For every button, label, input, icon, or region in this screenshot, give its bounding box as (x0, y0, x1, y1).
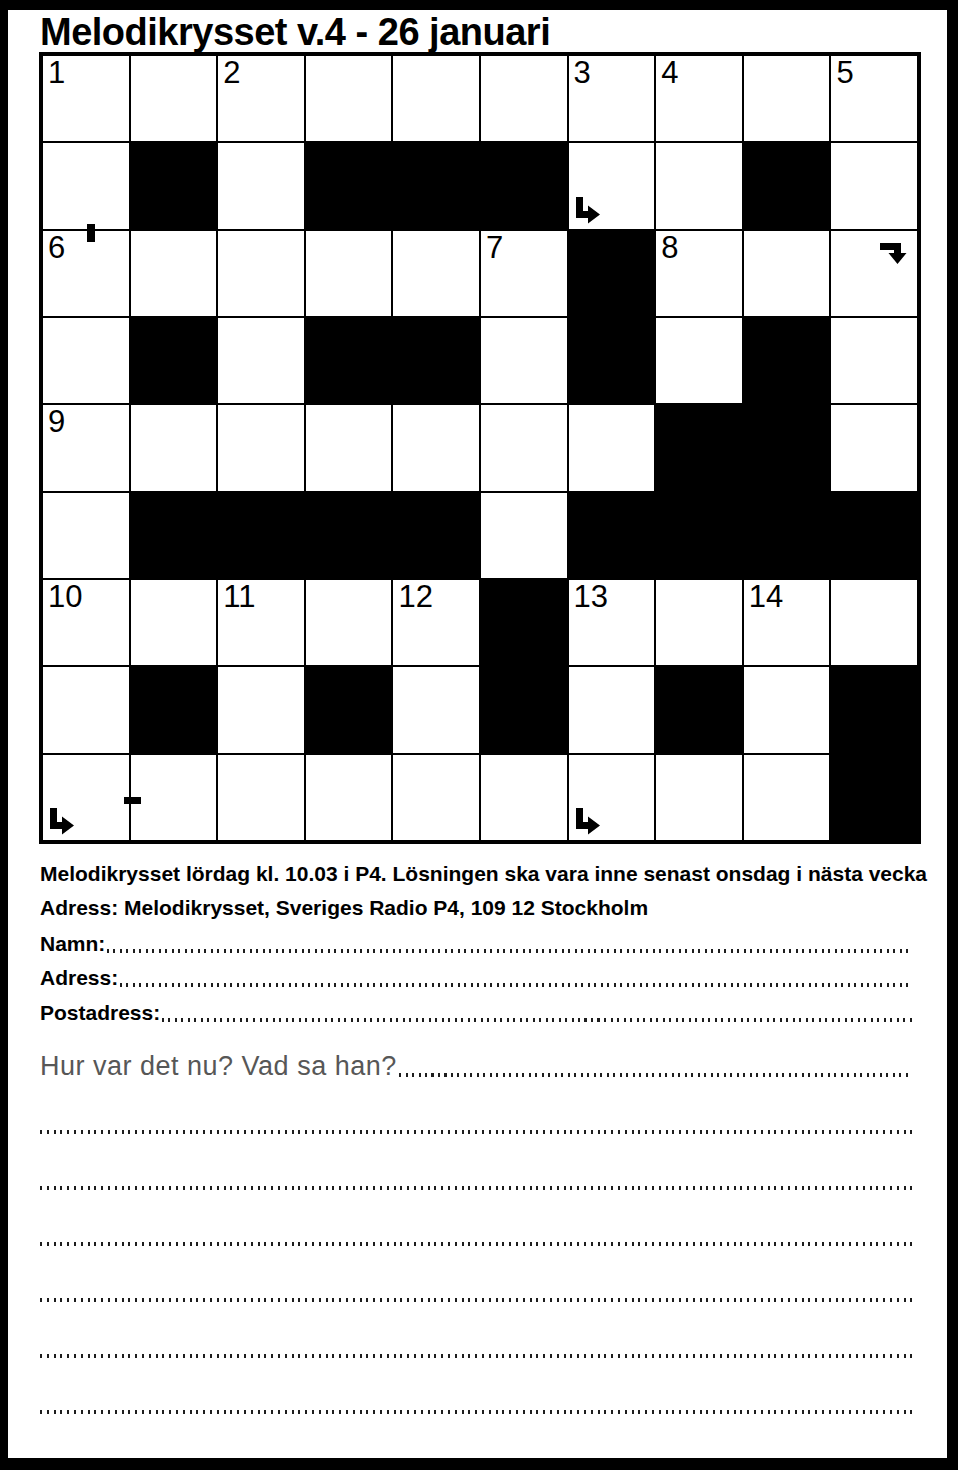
cell-r1c10[interactable]: 5 (830, 55, 918, 142)
melodikrysset-form-page: { "game": "crossword (Melodikrysset - Sw… (0, 0, 960, 1472)
down-right-arrow-icon (574, 808, 600, 836)
cell-r6c1[interactable] (42, 492, 130, 579)
cell-r6c7-block (568, 492, 656, 579)
cell-r8c10-block (830, 666, 918, 753)
cell-r8c5[interactable] (392, 666, 480, 753)
cell-r6c4-block (305, 492, 393, 579)
cell-r7c3[interactable]: 11 (217, 579, 305, 666)
cell-r3c3[interactable] (217, 230, 305, 317)
answer-dotted-line-2[interactable] (40, 1186, 912, 1190)
cell-r5c8-block (655, 404, 743, 491)
cell-r5c10[interactable] (830, 404, 918, 491)
clue-number-4: 4 (661, 57, 678, 90)
cell-r5c1[interactable]: 9 (42, 404, 130, 491)
cell-r6c5-block (392, 492, 480, 579)
cell-r8c7[interactable] (568, 666, 656, 753)
answer-dotted-line-4[interactable] (40, 1298, 912, 1302)
horizontal-continuation-tick (124, 797, 141, 804)
cell-r4c5-block (392, 317, 480, 404)
cell-r9c6[interactable] (480, 754, 568, 841)
cell-r9c8[interactable] (655, 754, 743, 841)
cell-r8c6-block (480, 666, 568, 753)
cell-r9c10-block (830, 754, 918, 841)
cell-r5c6[interactable] (480, 404, 568, 491)
clue-number-7: 7 (486, 232, 503, 265)
cell-r2c6-block (480, 142, 568, 229)
clue-number-9: 9 (48, 406, 65, 439)
cell-r9c4[interactable] (305, 754, 393, 841)
clue-number-8: 8 (661, 232, 678, 265)
down-right-arrow-icon (48, 808, 74, 836)
cell-r2c9-block (743, 142, 831, 229)
clue-number-3: 3 (574, 57, 591, 90)
name-input-line[interactable] (107, 949, 912, 953)
clue-number-6: 6 (48, 232, 65, 265)
cell-r8c1[interactable] (42, 666, 130, 753)
postal-address-input-line[interactable] (162, 1018, 912, 1022)
cell-r6c9-block (743, 492, 831, 579)
cell-r1c5[interactable] (392, 55, 480, 142)
clue-number-11: 11 (223, 581, 255, 614)
cell-r6c2-block (130, 492, 218, 579)
postal-address-field-label: Postadress: (40, 1001, 160, 1025)
cell-r8c8-block (655, 666, 743, 753)
cell-r7c9[interactable]: 14 (743, 579, 831, 666)
clue-number-1: 1 (48, 57, 65, 90)
cell-r6c3-block (217, 492, 305, 579)
cell-r6c6[interactable] (480, 492, 568, 579)
vertical-continuation-tick (87, 224, 95, 242)
cell-r4c3[interactable] (217, 317, 305, 404)
cell-r2c10[interactable] (830, 142, 918, 229)
clue-number-10: 10 (48, 581, 82, 614)
cell-r4c6[interactable] (480, 317, 568, 404)
cell-r1c1[interactable]: 1 (42, 55, 130, 142)
cell-r9c9[interactable] (743, 754, 831, 841)
cell-r2c1[interactable] (42, 142, 130, 229)
cell-r9c2[interactable] (130, 754, 218, 841)
cell-r1c6[interactable] (480, 55, 568, 142)
answer-dotted-line-1[interactable] (40, 1130, 912, 1134)
cell-r5c4[interactable] (305, 404, 393, 491)
name-field-label: Namn: (40, 932, 105, 956)
cell-r7c6-block (480, 579, 568, 666)
cell-r9c3[interactable] (217, 754, 305, 841)
cell-r4c10[interactable] (830, 317, 918, 404)
cell-r8c4-block (305, 666, 393, 753)
address-field-row: Adress: (40, 966, 912, 990)
cell-r7c4[interactable] (305, 579, 393, 666)
cell-r1c3[interactable]: 2 (217, 55, 305, 142)
cell-r1c8[interactable]: 4 (655, 55, 743, 142)
cell-r8c9[interactable] (743, 666, 831, 753)
cell-r3c7-block (568, 230, 656, 317)
cell-r4c4-block (305, 317, 393, 404)
cell-r2c2-block (130, 142, 218, 229)
cell-r6c8-block (655, 492, 743, 579)
cell-r4c2-block (130, 317, 218, 404)
clue-number-12: 12 (398, 581, 432, 614)
cell-r1c4[interactable] (305, 55, 393, 142)
cell-r2c5-block (392, 142, 480, 229)
cell-r3c8[interactable]: 8 (655, 230, 743, 317)
clue-number-5: 5 (836, 57, 853, 90)
cell-r8c3[interactable] (217, 666, 305, 753)
cell-r7c1[interactable]: 10 (42, 579, 130, 666)
cell-r5c7[interactable] (568, 404, 656, 491)
page-title: Melodikrysset v.4 - 26 januari (40, 11, 550, 54)
cell-r5c9-block (743, 404, 831, 491)
cell-r5c5[interactable] (392, 404, 480, 491)
answer-start-line[interactable] (399, 1073, 912, 1077)
cell-r4c7-block (568, 317, 656, 404)
broadcast-info-line: Melodikrysset lördag kl. 10.03 i P4. Lös… (40, 862, 927, 886)
cell-r3c4[interactable] (305, 230, 393, 317)
cell-r7c10[interactable] (830, 579, 918, 666)
down-right-arrow-icon (574, 197, 600, 225)
cell-r5c3[interactable] (217, 404, 305, 491)
question-text: Hur var det nu? Vad sa han? (40, 1051, 397, 1082)
address-field-label: Adress: (40, 966, 118, 990)
cell-r5c2[interactable] (130, 404, 218, 491)
cell-r1c9[interactable] (743, 55, 831, 142)
cell-r2c4-block (305, 142, 393, 229)
cell-r2c8[interactable] (655, 142, 743, 229)
cell-r2c3[interactable] (217, 142, 305, 229)
cell-r3c1[interactable]: 6 (42, 230, 130, 317)
answer-dotted-line-3[interactable] (40, 1242, 912, 1246)
cell-r3c5[interactable] (392, 230, 480, 317)
question-row: Hur var det nu? Vad sa han? (40, 1051, 912, 1082)
cell-r3c2[interactable] (130, 230, 218, 317)
cell-r7c7[interactable]: 13 (568, 579, 656, 666)
clue-number-13: 13 (574, 581, 608, 614)
cell-r6c10-block (830, 492, 918, 579)
cell-r4c9-block (743, 317, 831, 404)
cell-r3c9[interactable] (743, 230, 831, 317)
cell-r7c5[interactable]: 12 (392, 579, 480, 666)
clue-number-14: 14 (749, 581, 783, 614)
cell-r3c6[interactable]: 7 (480, 230, 568, 317)
cell-r8c2-block (130, 666, 218, 753)
cell-r7c2[interactable] (130, 579, 218, 666)
answer-dotted-line-5[interactable] (40, 1354, 912, 1358)
cell-r1c7[interactable]: 3 (568, 55, 656, 142)
cell-r9c5[interactable] (392, 754, 480, 841)
right-down-arrow-icon (880, 241, 910, 264)
clue-number-2: 2 (223, 57, 240, 90)
crossword-grid[interactable]: 1234567891011121314 (39, 52, 921, 844)
address-input-line[interactable] (120, 983, 912, 987)
cell-r4c1[interactable] (42, 317, 130, 404)
cell-r4c8[interactable] (655, 317, 743, 404)
mailing-address-line: Adress: Melodikrysset, Sveriges Radio P4… (40, 896, 648, 920)
answer-dotted-line-6[interactable] (40, 1410, 912, 1414)
cell-r7c8[interactable] (655, 579, 743, 666)
name-field-row: Namn: (40, 932, 912, 956)
cell-r1c2[interactable] (130, 55, 218, 142)
postal-address-field-row: Postadress: (40, 1001, 912, 1025)
